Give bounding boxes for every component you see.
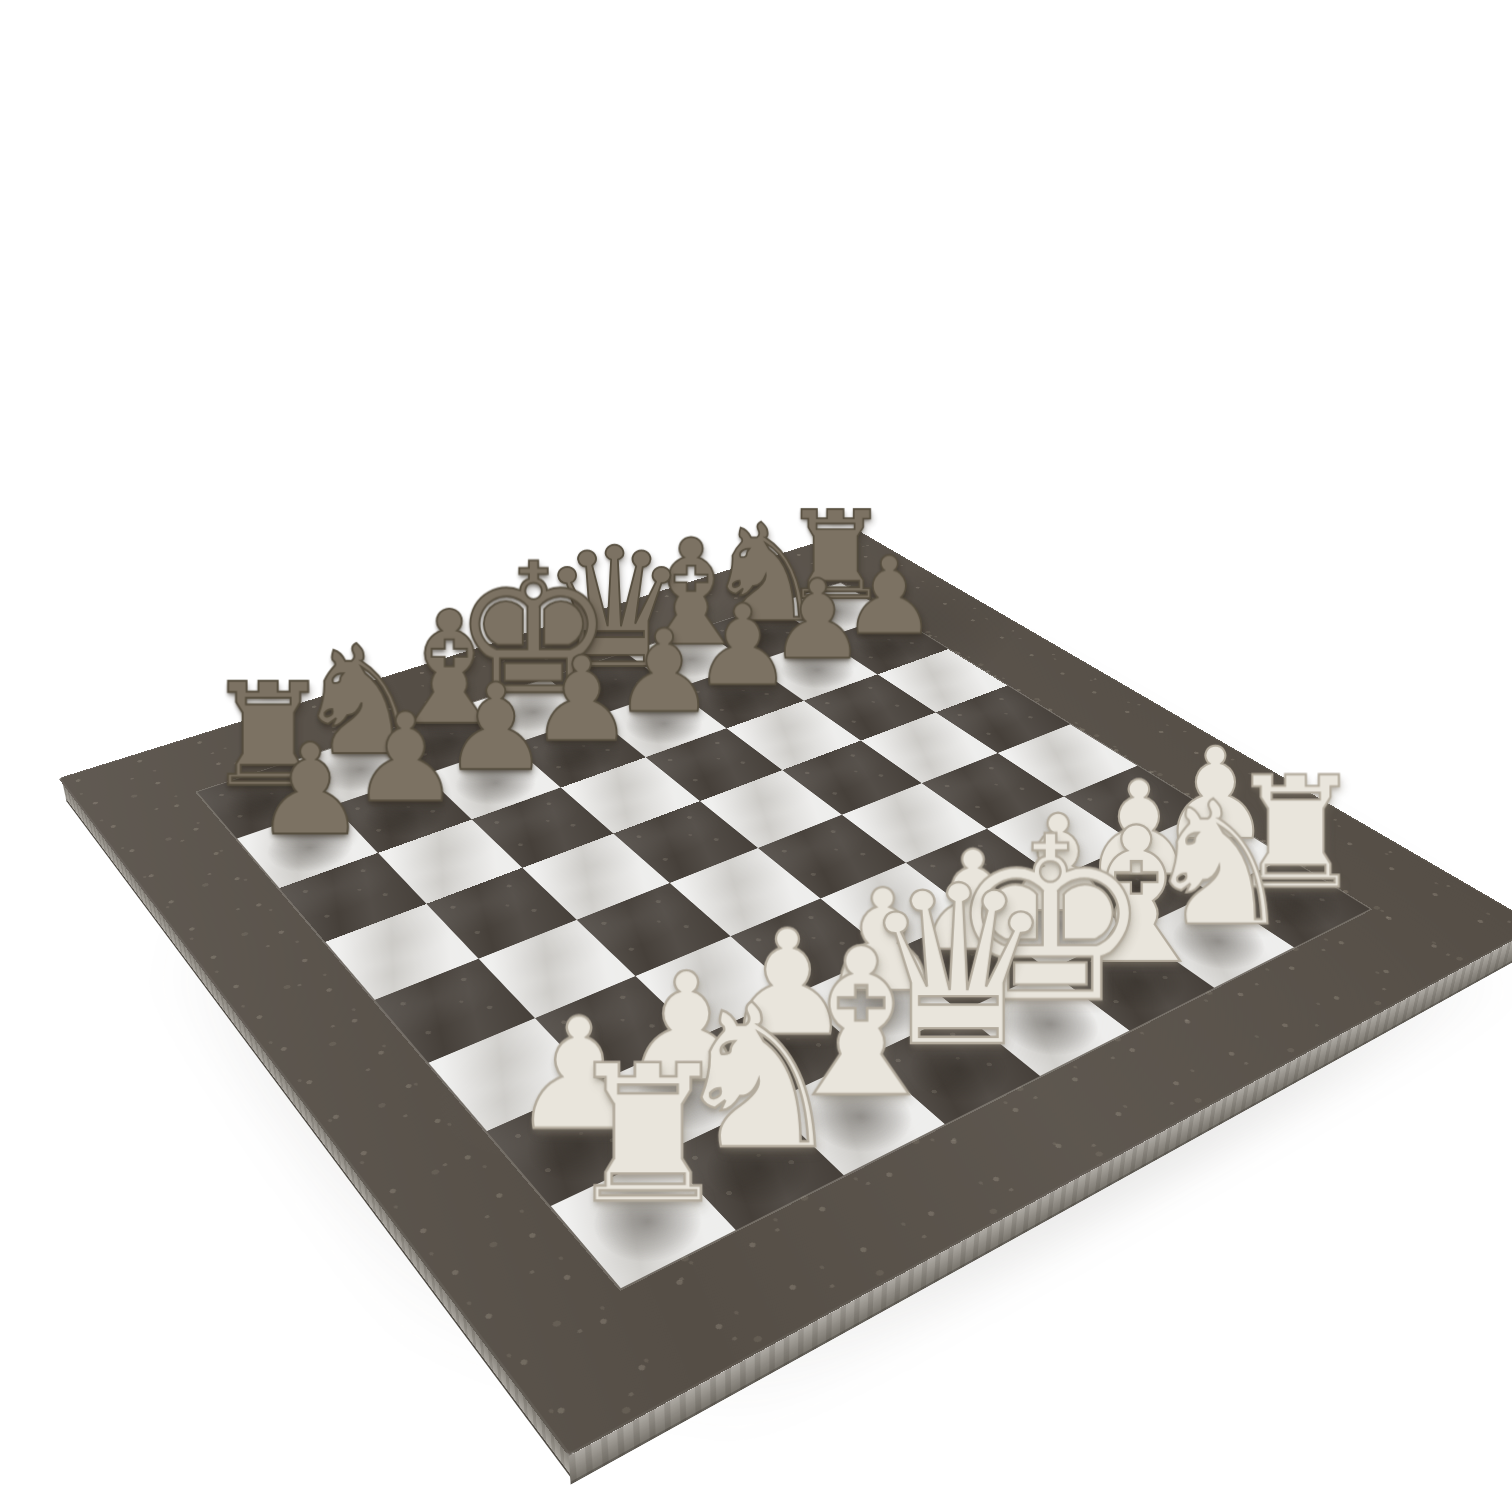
chess-board: ♜♞♝♚♛♝♞♜♟♟♟♟♟♟♟♟♟♟♟♟♟♟♟♟♜♞♝♛♚♝♞♜ bbox=[58, 530, 1512, 1456]
board-grid: ♜♞♝♚♛♝♞♜♟♟♟♟♟♟♟♟♟♟♟♟♟♟♟♟♜♞♝♛♚♝♞♜ bbox=[198, 583, 1370, 1288]
product-photo-scene: ♜♞♝♚♛♝♞♜♟♟♟♟♟♟♟♟♟♟♟♟♟♟♟♟♜♞♝♛♚♝♞♜ bbox=[228, 318, 1288, 1378]
white-rook[interactable]: ♜ bbox=[481, 1048, 814, 1222]
square-e5[interactable] bbox=[700, 770, 842, 848]
square-a1[interactable]: ♜ bbox=[551, 1153, 736, 1288]
square-a7[interactable]: ♟ bbox=[237, 806, 378, 889]
gray-pawn[interactable]: ♟ bbox=[180, 733, 440, 849]
